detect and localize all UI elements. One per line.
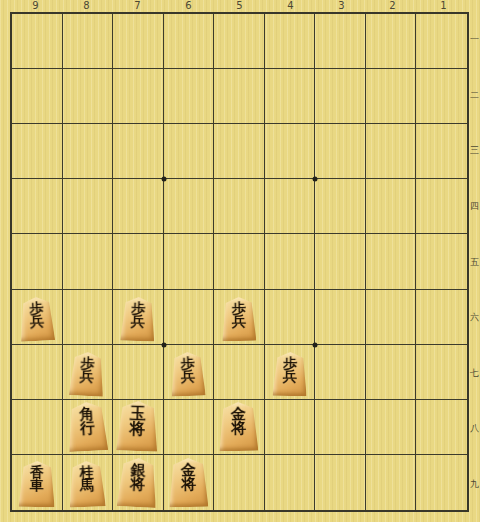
square-4-5[interactable] <box>265 234 316 289</box>
square-1-2[interactable] <box>416 69 467 124</box>
piece-kanji: 兵 <box>232 315 246 329</box>
rank-label: 五 <box>469 234 480 290</box>
square-4-8[interactable] <box>265 400 316 455</box>
square-3-8[interactable] <box>315 400 366 455</box>
square-2-4[interactable] <box>366 179 417 234</box>
file-label: 5 <box>214 0 265 12</box>
square-7-7[interactable] <box>113 345 164 400</box>
square-6-3[interactable] <box>164 124 215 179</box>
square-3-4[interactable] <box>315 179 366 234</box>
square-9-7[interactable] <box>12 345 63 400</box>
square-3-9[interactable] <box>315 455 366 510</box>
square-5-7[interactable] <box>214 345 265 400</box>
file-labels: 987654321 <box>10 0 469 12</box>
square-6-7[interactable]: 歩兵 <box>164 345 215 400</box>
piece-gold[interactable]: 金将 <box>169 458 209 508</box>
square-1-3[interactable] <box>416 124 467 179</box>
square-7-4[interactable] <box>113 179 164 234</box>
piece-knight[interactable]: 桂馬 <box>69 460 107 507</box>
square-4-4[interactable] <box>265 179 316 234</box>
square-6-5[interactable] <box>164 234 215 289</box>
square-2-7[interactable] <box>366 345 417 400</box>
square-1-1[interactable] <box>416 14 467 69</box>
square-7-2[interactable] <box>113 69 164 124</box>
square-8-3[interactable] <box>63 124 114 179</box>
square-8-9[interactable]: 桂馬 <box>63 455 114 510</box>
square-6-6[interactable] <box>164 290 215 345</box>
square-1-5[interactable] <box>416 234 467 289</box>
square-9-2[interactable] <box>12 69 63 124</box>
piece-pawn[interactable]: 歩兵 <box>19 296 55 342</box>
square-6-8[interactable] <box>164 400 215 455</box>
square-2-8[interactable] <box>366 400 417 455</box>
square-8-7[interactable]: 歩兵 <box>63 345 114 400</box>
piece-kanji: 馬 <box>80 479 94 493</box>
piece-pawn[interactable]: 歩兵 <box>222 296 257 341</box>
file-label: 6 <box>163 0 214 12</box>
square-4-9[interactable] <box>265 455 316 510</box>
square-5-5[interactable] <box>214 234 265 289</box>
square-9-3[interactable] <box>12 124 63 179</box>
square-3-2[interactable] <box>315 69 366 124</box>
square-2-1[interactable] <box>366 14 417 69</box>
square-8-4[interactable] <box>63 179 114 234</box>
piece-kanji: 兵 <box>80 370 95 384</box>
piece-kanji: 兵 <box>131 315 145 329</box>
rank-label: 一 <box>469 12 480 68</box>
square-3-1[interactable] <box>315 14 366 69</box>
square-8-8[interactable]: 角行 <box>63 400 114 455</box>
square-1-8[interactable] <box>416 400 467 455</box>
square-4-2[interactable] <box>265 69 316 124</box>
rank-labels: 一二三四五六七八九 <box>469 12 480 512</box>
square-8-6[interactable] <box>63 290 114 345</box>
file-label: 1 <box>418 0 469 12</box>
piece-kanji: 兵 <box>30 315 45 329</box>
shogi-diagram: 987654321 歩兵歩兵歩兵歩兵歩兵歩兵角行玉将金将香車桂馬銀将金将 一二三… <box>0 0 480 522</box>
square-3-6[interactable] <box>315 290 366 345</box>
piece-kanji: 行 <box>80 421 96 436</box>
rank-label: 八 <box>469 401 480 457</box>
square-3-5[interactable] <box>315 234 366 289</box>
square-7-3[interactable] <box>113 124 164 179</box>
file-label: 7 <box>112 0 163 12</box>
piece-lance[interactable]: 香車 <box>18 461 55 508</box>
square-4-1[interactable] <box>265 14 316 69</box>
piece-kanji: 将 <box>130 421 147 437</box>
square-8-2[interactable] <box>63 69 114 124</box>
square-5-9[interactable] <box>214 455 265 510</box>
rank-label: 三 <box>469 123 480 179</box>
square-6-1[interactable] <box>164 14 215 69</box>
square-5-2[interactable] <box>214 69 265 124</box>
square-7-5[interactable] <box>113 234 164 289</box>
rank-label: 四 <box>469 179 480 235</box>
piece-gold[interactable]: 金将 <box>219 402 259 452</box>
rank-label: 九 <box>469 457 480 513</box>
piece-pawn[interactable]: 歩兵 <box>69 351 105 397</box>
square-7-9[interactable]: 銀将 <box>113 455 164 510</box>
square-9-4[interactable] <box>12 179 63 234</box>
square-9-5[interactable] <box>12 234 63 289</box>
square-2-6[interactable] <box>366 290 417 345</box>
square-7-1[interactable] <box>113 14 164 69</box>
file-label: 9 <box>10 0 61 12</box>
square-5-3[interactable] <box>214 124 265 179</box>
square-9-8[interactable] <box>12 400 63 455</box>
square-2-9[interactable] <box>366 455 417 510</box>
square-6-2[interactable] <box>164 69 215 124</box>
square-3-3[interactable] <box>315 124 366 179</box>
piece-kanji: 将 <box>130 477 146 492</box>
square-1-6[interactable] <box>416 290 467 345</box>
piece-kanji: 将 <box>231 421 246 436</box>
square-4-3[interactable] <box>265 124 316 179</box>
file-label: 3 <box>316 0 367 12</box>
shogi-board[interactable]: 歩兵歩兵歩兵歩兵歩兵歩兵角行玉将金将香車桂馬銀将金将 <box>10 12 469 512</box>
square-3-7[interactable] <box>315 345 366 400</box>
piece-kanji: 将 <box>181 477 196 492</box>
square-7-6[interactable]: 歩兵 <box>113 290 164 345</box>
piece-kanji: 兵 <box>282 370 296 384</box>
square-9-9[interactable]: 香車 <box>12 455 63 510</box>
piece-silver[interactable]: 銀将 <box>117 457 159 508</box>
rank-label: 二 <box>469 68 480 124</box>
square-4-6[interactable] <box>265 290 316 345</box>
piece-pawn[interactable]: 歩兵 <box>171 351 207 396</box>
square-2-5[interactable] <box>366 234 417 289</box>
rank-label: 六 <box>469 290 480 346</box>
square-5-1[interactable] <box>214 14 265 69</box>
square-1-4[interactable] <box>416 179 467 234</box>
square-1-7[interactable] <box>416 345 467 400</box>
square-5-4[interactable] <box>214 179 265 234</box>
square-5-6[interactable]: 歩兵 <box>214 290 265 345</box>
square-1-9[interactable] <box>416 455 467 510</box>
square-9-6[interactable]: 歩兵 <box>12 290 63 345</box>
square-7-8[interactable]: 玉将 <box>113 400 164 455</box>
piece-pawn[interactable]: 歩兵 <box>120 296 156 341</box>
piece-bishop[interactable]: 角行 <box>67 401 109 452</box>
square-9-1[interactable] <box>12 14 63 69</box>
piece-king[interactable]: 玉将 <box>117 400 160 451</box>
square-2-3[interactable] <box>366 124 417 179</box>
file-label: 8 <box>61 0 112 12</box>
square-6-9[interactable]: 金将 <box>164 455 215 510</box>
square-4-7[interactable]: 歩兵 <box>265 345 316 400</box>
square-8-5[interactable] <box>63 234 114 289</box>
square-2-2[interactable] <box>366 69 417 124</box>
rank-label: 七 <box>469 345 480 401</box>
piece-kanji: 兵 <box>181 370 195 384</box>
file-label: 2 <box>367 0 418 12</box>
piece-pawn[interactable]: 歩兵 <box>272 351 307 396</box>
file-label: 4 <box>265 0 316 12</box>
square-8-1[interactable] <box>63 14 114 69</box>
square-5-8[interactable]: 金将 <box>214 400 265 455</box>
piece-kanji: 車 <box>30 479 44 493</box>
square-6-4[interactable] <box>164 179 215 234</box>
